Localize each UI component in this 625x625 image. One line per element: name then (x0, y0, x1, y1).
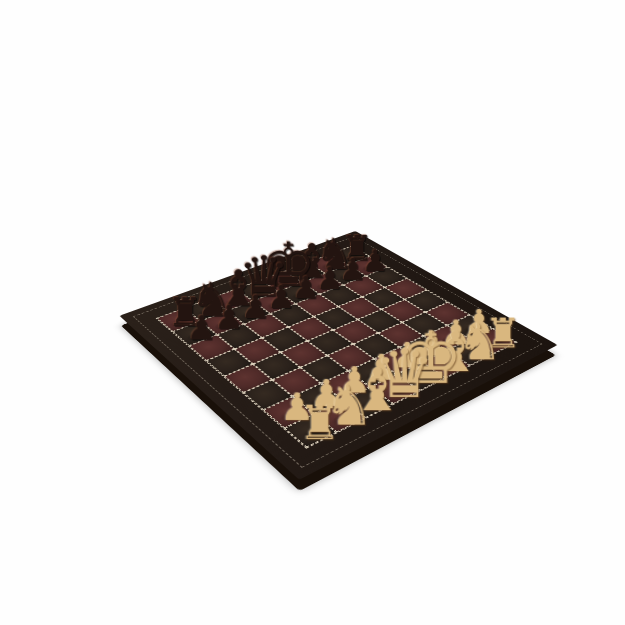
product-photo-background: ♜♞♝♛♚♝♞♜♟♟♟♟♟♟♟♟♟♟♟♟♟♟♟♟♜♞♝♛♚♝♞♜ (0, 0, 625, 625)
board-frame: ♜♞♝♛♚♝♞♜♟♟♟♟♟♟♟♟♟♟♟♟♟♟♟♟♜♞♝♛♚♝♞♜ (119, 231, 557, 480)
chess-board: ♜♞♝♛♚♝♞♜♟♟♟♟♟♟♟♟♟♟♟♟♟♟♟♟♜♞♝♛♚♝♞♜ (119, 231, 557, 480)
board-anchor: ♜♞♝♛♚♝♞♜♟♟♟♟♟♟♟♟♟♟♟♟♟♟♟♟♜♞♝♛♚♝♞♜ (177, 174, 489, 486)
board-grid: ♜♞♝♛♚♝♞♜♟♟♟♟♟♟♟♟♟♟♟♟♟♟♟♟♜♞♝♛♚♝♞♜ (156, 246, 518, 449)
